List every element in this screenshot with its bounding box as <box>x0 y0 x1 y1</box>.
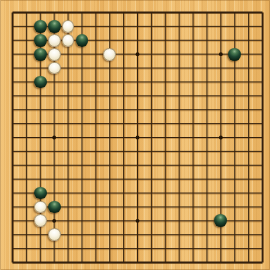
stone-white-d16[interactable] <box>48 48 61 61</box>
stone-black-d18[interactable] <box>48 20 61 33</box>
stone-white-d3[interactable] <box>48 228 61 241</box>
stones-layer <box>6 6 270 270</box>
stone-white-c4[interactable] <box>34 214 47 227</box>
stone-black-q4[interactable] <box>214 214 227 227</box>
stone-white-c5[interactable] <box>34 201 47 214</box>
stone-white-d15[interactable] <box>48 62 61 75</box>
stone-white-d17[interactable] <box>48 34 61 47</box>
stone-black-d5[interactable] <box>48 201 61 214</box>
stone-black-c6[interactable] <box>34 187 47 200</box>
stone-black-c17[interactable] <box>34 34 47 47</box>
stone-white-h16[interactable] <box>103 48 116 61</box>
go-board-screenshot <box>0 0 270 270</box>
stone-black-f17[interactable] <box>76 34 89 47</box>
stone-black-r16[interactable] <box>228 48 241 61</box>
stone-black-c16[interactable] <box>34 48 47 61</box>
stone-black-c18[interactable] <box>34 20 47 33</box>
stone-white-e17[interactable] <box>62 34 75 47</box>
stone-white-e18[interactable] <box>62 20 75 33</box>
go-board[interactable] <box>0 0 270 270</box>
stone-black-c14[interactable] <box>34 76 47 89</box>
